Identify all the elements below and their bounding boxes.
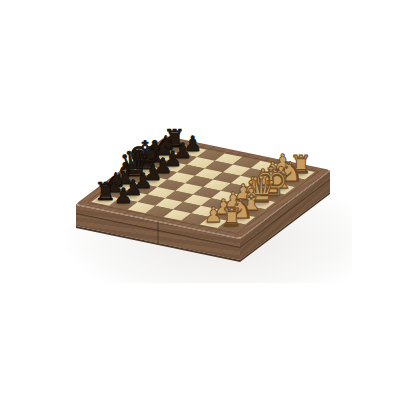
black-pawn-a7[interactable]: ♟ xyxy=(114,186,133,207)
product-photo-stage: ♜♞♝♛♚♝♞♜♟♟♟♟♟♟♟♟♟♟♟♟♟♟♟♟♜♞♝♛♚♝♞♜ xyxy=(0,0,400,400)
white-rook-a1[interactable]: ♜ xyxy=(220,205,242,230)
fold-hinge-seam xyxy=(158,222,159,243)
